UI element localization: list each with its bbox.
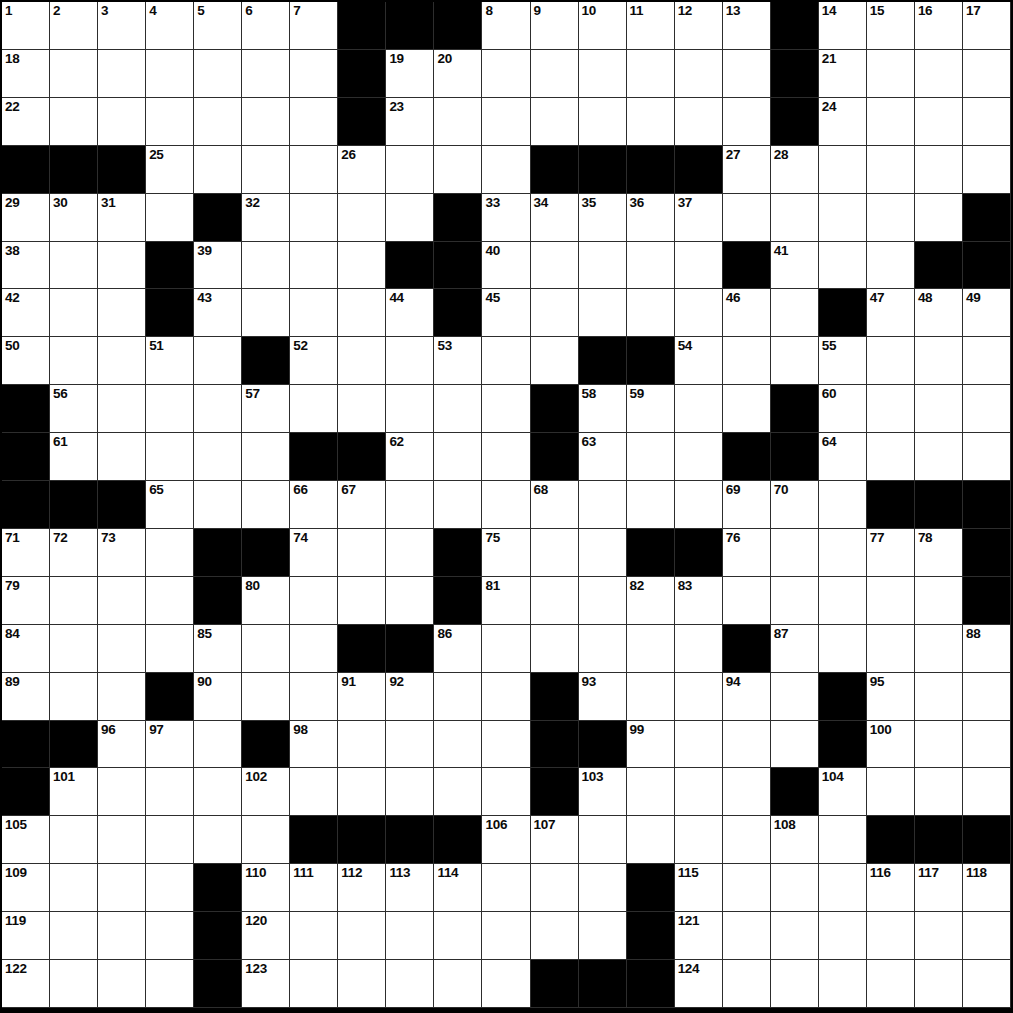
white-cell[interactable] [723,816,771,864]
white-cell[interactable]: 108 [771,816,819,864]
white-cell[interactable] [579,529,627,577]
white-cell[interactable]: 85 [194,625,242,673]
white-cell[interactable] [146,625,194,673]
white-cell[interactable]: 38 [2,242,50,290]
white-cell[interactable] [50,864,98,912]
white-cell[interactable] [867,768,915,816]
white-cell[interactable] [675,50,723,98]
white-cell[interactable]: 58 [579,385,627,433]
white-cell[interactable] [434,433,482,481]
white-cell[interactable] [771,529,819,577]
white-cell[interactable]: 92 [386,673,434,721]
white-cell[interactable] [819,146,867,194]
white-cell[interactable] [290,50,338,98]
white-cell[interactable]: 90 [194,673,242,721]
white-cell[interactable] [194,816,242,864]
white-cell[interactable] [723,912,771,960]
white-cell[interactable] [98,673,146,721]
white-cell[interactable] [723,50,771,98]
white-cell[interactable]: 3 [98,2,146,50]
white-cell[interactable] [146,50,194,98]
white-cell[interactable] [819,912,867,960]
white-cell[interactable] [338,194,386,242]
white-cell[interactable] [531,577,579,625]
white-cell[interactable]: 115 [675,864,723,912]
white-cell[interactable] [482,50,530,98]
white-cell[interactable]: 105 [2,816,50,864]
white-cell[interactable] [482,146,530,194]
white-cell[interactable]: 42 [2,289,50,337]
white-cell[interactable] [242,625,290,673]
white-cell[interactable]: 20 [434,50,482,98]
white-cell[interactable]: 56 [50,385,98,433]
white-cell[interactable] [242,50,290,98]
white-cell[interactable] [771,960,819,1008]
white-cell[interactable] [819,577,867,625]
white-cell[interactable] [290,194,338,242]
white-cell[interactable]: 107 [531,816,579,864]
white-cell[interactable] [579,481,627,529]
white-cell[interactable]: 77 [867,529,915,577]
white-cell[interactable] [146,912,194,960]
white-cell[interactable] [434,146,482,194]
white-cell[interactable] [867,625,915,673]
white-cell[interactable] [194,385,242,433]
white-cell[interactable] [386,337,434,385]
white-cell[interactable]: 118 [963,864,1011,912]
white-cell[interactable] [531,98,579,146]
white-cell[interactable] [627,98,675,146]
white-cell[interactable] [819,864,867,912]
white-cell[interactable] [963,50,1011,98]
white-cell[interactable]: 34 [531,194,579,242]
white-cell[interactable]: 53 [434,337,482,385]
white-cell[interactable]: 62 [386,433,434,481]
white-cell[interactable] [242,146,290,194]
white-cell[interactable] [386,912,434,960]
white-cell[interactable] [867,337,915,385]
white-cell[interactable]: 29 [2,194,50,242]
white-cell[interactable] [50,242,98,290]
white-cell[interactable] [771,289,819,337]
white-cell[interactable] [338,385,386,433]
white-cell[interactable] [579,816,627,864]
white-cell[interactable] [627,289,675,337]
white-cell[interactable] [915,146,963,194]
white-cell[interactable] [98,98,146,146]
white-cell[interactable] [579,912,627,960]
white-cell[interactable] [675,481,723,529]
white-cell[interactable]: 18 [2,50,50,98]
white-cell[interactable] [531,529,579,577]
white-cell[interactable]: 57 [242,385,290,433]
white-cell[interactable]: 48 [915,289,963,337]
white-cell[interactable] [963,673,1011,721]
white-cell[interactable] [98,864,146,912]
white-cell[interactable]: 21 [819,50,867,98]
white-cell[interactable] [915,960,963,1008]
white-cell[interactable]: 30 [50,194,98,242]
white-cell[interactable]: 5 [194,2,242,50]
white-cell[interactable]: 50 [2,337,50,385]
white-cell[interactable] [963,912,1011,960]
white-cell[interactable]: 4 [146,2,194,50]
white-cell[interactable] [915,768,963,816]
white-cell[interactable] [963,146,1011,194]
white-cell[interactable] [819,529,867,577]
white-cell[interactable] [819,960,867,1008]
white-cell[interactable] [867,577,915,625]
white-cell[interactable] [819,625,867,673]
white-cell[interactable]: 69 [723,481,771,529]
white-cell[interactable]: 74 [290,529,338,577]
white-cell[interactable] [723,864,771,912]
white-cell[interactable] [819,481,867,529]
white-cell[interactable]: 28 [771,146,819,194]
white-cell[interactable]: 22 [2,98,50,146]
white-cell[interactable]: 93 [579,673,627,721]
white-cell[interactable]: 64 [819,433,867,481]
white-cell[interactable]: 110 [242,864,290,912]
white-cell[interactable]: 14 [819,2,867,50]
white-cell[interactable] [338,768,386,816]
white-cell[interactable] [867,242,915,290]
white-cell[interactable] [771,577,819,625]
white-cell[interactable] [531,912,579,960]
white-cell[interactable] [915,194,963,242]
white-cell[interactable]: 82 [627,577,675,625]
white-cell[interactable] [627,768,675,816]
white-cell[interactable] [482,337,530,385]
white-cell[interactable]: 79 [2,577,50,625]
white-cell[interactable] [675,433,723,481]
white-cell[interactable]: 51 [146,337,194,385]
white-cell[interactable]: 104 [819,768,867,816]
white-cell[interactable]: 112 [338,864,386,912]
white-cell[interactable]: 94 [723,673,771,721]
white-cell[interactable]: 67 [338,481,386,529]
white-cell[interactable] [194,146,242,194]
white-cell[interactable] [386,721,434,769]
white-cell[interactable] [386,194,434,242]
white-cell[interactable] [771,721,819,769]
white-cell[interactable] [482,864,530,912]
white-cell[interactable] [867,98,915,146]
white-cell[interactable]: 36 [627,194,675,242]
white-cell[interactable]: 87 [771,625,819,673]
white-cell[interactable] [675,242,723,290]
white-cell[interactable] [98,625,146,673]
white-cell[interactable] [146,816,194,864]
white-cell[interactable]: 111 [290,864,338,912]
white-cell[interactable] [675,625,723,673]
white-cell[interactable]: 60 [819,385,867,433]
white-cell[interactable]: 15 [867,2,915,50]
white-cell[interactable]: 17 [963,2,1011,50]
white-cell[interactable] [482,481,530,529]
white-cell[interactable] [98,816,146,864]
white-cell[interactable]: 45 [482,289,530,337]
white-cell[interactable] [963,98,1011,146]
white-cell[interactable]: 6 [242,2,290,50]
white-cell[interactable] [915,721,963,769]
white-cell[interactable] [482,433,530,481]
white-cell[interactable] [819,194,867,242]
white-cell[interactable] [146,98,194,146]
white-cell[interactable] [386,481,434,529]
white-cell[interactable] [194,337,242,385]
white-cell[interactable] [146,577,194,625]
white-cell[interactable] [242,98,290,146]
white-cell[interactable] [50,960,98,1008]
white-cell[interactable] [50,577,98,625]
white-cell[interactable] [146,385,194,433]
white-cell[interactable]: 12 [675,2,723,50]
white-cell[interactable] [482,768,530,816]
white-cell[interactable]: 11 [627,2,675,50]
white-cell[interactable] [675,816,723,864]
white-cell[interactable] [867,146,915,194]
white-cell[interactable] [867,385,915,433]
white-cell[interactable] [915,337,963,385]
white-cell[interactable]: 19 [386,50,434,98]
white-cell[interactable] [531,864,579,912]
white-cell[interactable] [50,912,98,960]
white-cell[interactable] [675,768,723,816]
white-cell[interactable] [146,864,194,912]
white-cell[interactable] [50,98,98,146]
white-cell[interactable] [98,385,146,433]
white-cell[interactable] [434,912,482,960]
white-cell[interactable] [627,50,675,98]
white-cell[interactable] [915,912,963,960]
white-cell[interactable] [98,768,146,816]
white-cell[interactable] [98,50,146,98]
white-cell[interactable] [50,289,98,337]
white-cell[interactable] [50,625,98,673]
white-cell[interactable] [915,625,963,673]
white-cell[interactable] [386,577,434,625]
white-cell[interactable]: 91 [338,673,386,721]
white-cell[interactable] [482,98,530,146]
white-cell[interactable] [579,625,627,673]
white-cell[interactable]: 75 [482,529,530,577]
white-cell[interactable]: 113 [386,864,434,912]
white-cell[interactable]: 9 [531,2,579,50]
white-cell[interactable] [338,960,386,1008]
white-cell[interactable] [290,242,338,290]
white-cell[interactable] [723,194,771,242]
white-cell[interactable] [531,289,579,337]
white-cell[interactable] [146,529,194,577]
white-cell[interactable] [434,960,482,1008]
white-cell[interactable] [98,912,146,960]
white-cell[interactable]: 83 [675,577,723,625]
white-cell[interactable]: 124 [675,960,723,1008]
white-cell[interactable] [194,98,242,146]
white-cell[interactable] [627,242,675,290]
white-cell[interactable]: 7 [290,2,338,50]
white-cell[interactable] [579,50,627,98]
white-cell[interactable] [98,577,146,625]
white-cell[interactable]: 71 [2,529,50,577]
white-cell[interactable] [146,768,194,816]
white-cell[interactable]: 88 [963,625,1011,673]
white-cell[interactable] [434,481,482,529]
white-cell[interactable] [338,337,386,385]
white-cell[interactable]: 40 [482,242,530,290]
white-cell[interactable] [627,673,675,721]
white-cell[interactable] [867,194,915,242]
white-cell[interactable]: 2 [50,2,98,50]
white-cell[interactable] [290,385,338,433]
white-cell[interactable] [290,98,338,146]
white-cell[interactable] [194,721,242,769]
white-cell[interactable] [915,98,963,146]
white-cell[interactable]: 123 [242,960,290,1008]
white-cell[interactable] [819,242,867,290]
white-cell[interactable] [98,337,146,385]
white-cell[interactable] [242,673,290,721]
white-cell[interactable] [434,721,482,769]
white-cell[interactable] [867,50,915,98]
white-cell[interactable]: 43 [194,289,242,337]
white-cell[interactable] [434,98,482,146]
white-cell[interactable] [290,673,338,721]
white-cell[interactable] [194,768,242,816]
white-cell[interactable] [531,337,579,385]
white-cell[interactable] [963,960,1011,1008]
white-cell[interactable] [627,481,675,529]
white-cell[interactable] [675,289,723,337]
white-cell[interactable] [290,625,338,673]
white-cell[interactable] [50,673,98,721]
white-cell[interactable]: 55 [819,337,867,385]
white-cell[interactable]: 24 [819,98,867,146]
white-cell[interactable] [723,768,771,816]
white-cell[interactable] [386,960,434,1008]
white-cell[interactable] [531,625,579,673]
white-cell[interactable] [723,960,771,1008]
white-cell[interactable] [915,577,963,625]
white-cell[interactable] [723,337,771,385]
white-cell[interactable] [482,721,530,769]
white-cell[interactable] [242,289,290,337]
white-cell[interactable] [627,625,675,673]
white-cell[interactable]: 114 [434,864,482,912]
white-cell[interactable] [771,673,819,721]
white-cell[interactable]: 72 [50,529,98,577]
white-cell[interactable]: 66 [290,481,338,529]
white-cell[interactable] [482,673,530,721]
white-cell[interactable] [242,816,290,864]
white-cell[interactable] [963,337,1011,385]
white-cell[interactable]: 100 [867,721,915,769]
white-cell[interactable] [338,529,386,577]
white-cell[interactable] [627,816,675,864]
white-cell[interactable] [194,433,242,481]
white-cell[interactable] [579,289,627,337]
white-cell[interactable]: 117 [915,864,963,912]
white-cell[interactable] [98,242,146,290]
white-cell[interactable] [915,50,963,98]
white-cell[interactable] [627,433,675,481]
white-cell[interactable] [242,481,290,529]
white-cell[interactable]: 8 [482,2,530,50]
white-cell[interactable] [434,385,482,433]
white-cell[interactable] [482,625,530,673]
white-cell[interactable]: 39 [194,242,242,290]
white-cell[interactable]: 121 [675,912,723,960]
white-cell[interactable] [242,433,290,481]
white-cell[interactable]: 101 [50,768,98,816]
white-cell[interactable]: 78 [915,529,963,577]
white-cell[interactable]: 32 [242,194,290,242]
white-cell[interactable] [723,98,771,146]
white-cell[interactable] [579,242,627,290]
white-cell[interactable] [290,768,338,816]
white-cell[interactable]: 35 [579,194,627,242]
white-cell[interactable]: 103 [579,768,627,816]
white-cell[interactable] [338,577,386,625]
white-cell[interactable] [723,385,771,433]
white-cell[interactable] [50,337,98,385]
white-cell[interactable]: 95 [867,673,915,721]
white-cell[interactable] [386,768,434,816]
white-cell[interactable] [579,98,627,146]
white-cell[interactable]: 99 [627,721,675,769]
white-cell[interactable] [963,385,1011,433]
white-cell[interactable] [675,721,723,769]
white-cell[interactable] [963,768,1011,816]
white-cell[interactable] [290,289,338,337]
white-cell[interactable] [434,673,482,721]
white-cell[interactable]: 52 [290,337,338,385]
white-cell[interactable] [482,960,530,1008]
white-cell[interactable]: 41 [771,242,819,290]
white-cell[interactable] [771,912,819,960]
white-cell[interactable] [531,242,579,290]
white-cell[interactable]: 44 [386,289,434,337]
white-cell[interactable]: 59 [627,385,675,433]
white-cell[interactable]: 73 [98,529,146,577]
white-cell[interactable]: 49 [963,289,1011,337]
white-cell[interactable] [819,816,867,864]
white-cell[interactable]: 96 [98,721,146,769]
white-cell[interactable] [146,433,194,481]
white-cell[interactable]: 76 [723,529,771,577]
white-cell[interactable] [482,385,530,433]
white-cell[interactable]: 1 [2,2,50,50]
white-cell[interactable]: 89 [2,673,50,721]
white-cell[interactable]: 106 [482,816,530,864]
white-cell[interactable]: 68 [531,481,579,529]
white-cell[interactable] [290,960,338,1008]
white-cell[interactable]: 33 [482,194,530,242]
white-cell[interactable]: 80 [242,577,290,625]
white-cell[interactable] [386,146,434,194]
white-cell[interactable] [723,577,771,625]
white-cell[interactable]: 10 [579,2,627,50]
white-cell[interactable] [386,385,434,433]
white-cell[interactable] [771,337,819,385]
white-cell[interactable] [146,194,194,242]
white-cell[interactable] [482,912,530,960]
white-cell[interactable] [579,577,627,625]
white-cell[interactable] [915,673,963,721]
white-cell[interactable]: 81 [482,577,530,625]
white-cell[interactable] [194,481,242,529]
